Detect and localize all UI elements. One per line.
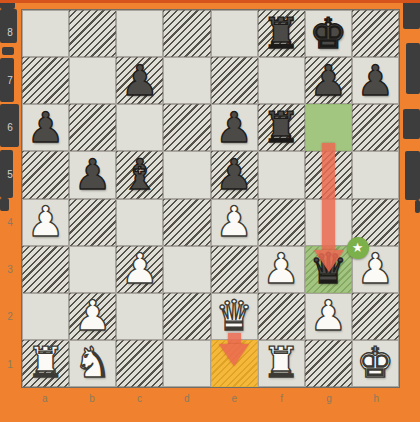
- piece-white-pawn[interactable]: ♟︎: [211, 199, 258, 246]
- square-f7[interactable]: [258, 57, 305, 104]
- square-b5[interactable]: ♟︎: [69, 151, 116, 198]
- rank-label-7: 7: [0, 56, 20, 103]
- piece-white-pawn[interactable]: ♟︎: [22, 199, 69, 246]
- file-label-f: f: [258, 393, 305, 405]
- square-f2[interactable]: [258, 293, 305, 340]
- square-g6[interactable]: [305, 104, 352, 151]
- grunge-block: [415, 200, 420, 213]
- chess-board: ♜︎♚︎♟︎♟︎♟︎♟︎♟︎♜︎♟︎♝︎♟︎♟︎♟︎♟︎♟︎♛︎♟︎♟︎♛︎♟︎…: [21, 9, 400, 388]
- square-g7[interactable]: ♟︎: [305, 57, 352, 104]
- piece-white-knight[interactable]: ♞︎: [69, 340, 116, 387]
- file-label-b: b: [68, 393, 115, 405]
- file-label-c: c: [116, 393, 163, 405]
- square-a3[interactable]: [22, 246, 69, 293]
- rank-label-1: 1: [0, 341, 20, 388]
- frame-top-accent-line: [0, 0, 420, 3]
- square-g8[interactable]: ♚︎: [305, 10, 352, 57]
- square-f5[interactable]: [258, 151, 305, 198]
- rank-label-8: 8: [0, 9, 20, 56]
- square-e4[interactable]: ♟︎: [211, 199, 258, 246]
- piece-black-pawn[interactable]: ♟︎: [305, 57, 352, 104]
- square-d4[interactable]: [163, 199, 210, 246]
- square-d5[interactable]: [163, 151, 210, 198]
- square-d2[interactable]: [163, 293, 210, 340]
- square-e5[interactable]: ♟︎: [211, 151, 258, 198]
- rank-label-5: 5: [0, 151, 20, 198]
- piece-black-queen[interactable]: ♛︎: [305, 246, 352, 293]
- square-e8[interactable]: [211, 10, 258, 57]
- piece-black-king[interactable]: ♚︎: [305, 10, 352, 57]
- square-h2[interactable]: [352, 293, 399, 340]
- square-f8[interactable]: ♜︎: [258, 10, 305, 57]
- square-c2[interactable]: [116, 293, 163, 340]
- file-label-h: h: [353, 393, 400, 405]
- square-h6[interactable]: [352, 104, 399, 151]
- rank-label-6: 6: [0, 104, 20, 151]
- square-a4[interactable]: ♟︎: [22, 199, 69, 246]
- piece-black-pawn[interactable]: ♟︎: [211, 151, 258, 198]
- square-b6[interactable]: [69, 104, 116, 151]
- piece-black-bishop[interactable]: ♝︎: [116, 151, 163, 198]
- square-d7[interactable]: [163, 57, 210, 104]
- square-f1[interactable]: ♜︎: [258, 340, 305, 387]
- chess-analysis-board: ♜︎♚︎♟︎♟︎♟︎♟︎♟︎♜︎♟︎♝︎♟︎♟︎♟︎♟︎♟︎♛︎♟︎♟︎♛︎♟︎…: [0, 0, 420, 422]
- best-move-star-icon: ★: [347, 237, 369, 259]
- square-e1[interactable]: [211, 340, 258, 387]
- square-e7[interactable]: [211, 57, 258, 104]
- square-c7[interactable]: ♟︎: [116, 57, 163, 104]
- piece-white-pawn[interactable]: ♟︎: [305, 293, 352, 340]
- file-label-a: a: [21, 393, 68, 405]
- piece-black-pawn[interactable]: ♟︎: [69, 151, 116, 198]
- piece-white-queen[interactable]: ♛︎: [211, 293, 258, 340]
- square-a5[interactable]: [22, 151, 69, 198]
- square-d1[interactable]: [163, 340, 210, 387]
- piece-black-pawn[interactable]: ♟︎: [116, 57, 163, 104]
- square-e6[interactable]: ♟︎: [211, 104, 258, 151]
- square-h7[interactable]: ♟︎: [352, 57, 399, 104]
- piece-white-pawn[interactable]: ♟︎: [258, 246, 305, 293]
- grunge-block: [403, 0, 420, 29]
- rank-label-3: 3: [0, 246, 20, 293]
- square-f6[interactable]: ♜︎: [258, 104, 305, 151]
- square-b3[interactable]: [69, 246, 116, 293]
- rank-label-2: 2: [0, 293, 20, 340]
- square-a7[interactable]: [22, 57, 69, 104]
- piece-black-rook[interactable]: ♜︎: [258, 104, 305, 151]
- piece-white-pawn[interactable]: ♟︎: [69, 293, 116, 340]
- square-c5[interactable]: ♝︎: [116, 151, 163, 198]
- square-g3[interactable]: ♛︎: [305, 246, 352, 293]
- square-h1[interactable]: ♚︎: [352, 340, 399, 387]
- square-g5[interactable]: [305, 151, 352, 198]
- square-h5[interactable]: [352, 151, 399, 198]
- square-e3[interactable]: [211, 246, 258, 293]
- highlight-e1: [211, 340, 258, 387]
- highlight-g6: [305, 104, 352, 151]
- square-d8[interactable]: [163, 10, 210, 57]
- square-e2[interactable]: ♛︎: [211, 293, 258, 340]
- square-g4[interactable]: [305, 199, 352, 246]
- piece-black-rook[interactable]: ♜︎: [258, 10, 305, 57]
- piece-white-rook[interactable]: ♜︎: [22, 340, 69, 387]
- square-b2[interactable]: ♟︎: [69, 293, 116, 340]
- piece-black-pawn[interactable]: ♟︎: [352, 57, 399, 104]
- square-a6[interactable]: ♟︎: [22, 104, 69, 151]
- square-a1[interactable]: ♜︎: [22, 340, 69, 387]
- square-a2[interactable]: [22, 293, 69, 340]
- square-b4[interactable]: [69, 199, 116, 246]
- square-c8[interactable]: [116, 10, 163, 57]
- piece-white-rook[interactable]: ♜︎: [258, 340, 305, 387]
- piece-black-pawn[interactable]: ♟︎: [211, 104, 258, 151]
- square-c4[interactable]: [116, 199, 163, 246]
- square-d3[interactable]: [163, 246, 210, 293]
- square-c6[interactable]: [116, 104, 163, 151]
- square-h8[interactable]: [352, 10, 399, 57]
- piece-white-pawn[interactable]: ♟︎: [116, 246, 163, 293]
- piece-white-king[interactable]: ♚︎: [352, 340, 399, 387]
- square-b8[interactable]: [69, 10, 116, 57]
- rank-label-4: 4: [0, 199, 20, 246]
- grunge-block: [406, 43, 420, 94]
- square-b1[interactable]: ♞︎: [69, 340, 116, 387]
- grunge-block: [405, 151, 420, 200]
- square-f4[interactable]: [258, 199, 305, 246]
- file-label-e: e: [211, 393, 258, 405]
- grunge-block: [403, 109, 420, 139]
- square-b7[interactable]: [69, 57, 116, 104]
- piece-black-pawn[interactable]: ♟︎: [22, 104, 69, 151]
- square-a8[interactable]: [22, 10, 69, 57]
- square-c3[interactable]: ♟︎: [116, 246, 163, 293]
- square-g1[interactable]: [305, 340, 352, 387]
- square-c1[interactable]: [116, 340, 163, 387]
- square-d6[interactable]: [163, 104, 210, 151]
- square-g2[interactable]: ♟︎: [305, 293, 352, 340]
- square-f3[interactable]: ♟︎: [258, 246, 305, 293]
- file-label-d: d: [163, 393, 210, 405]
- file-label-g: g: [305, 393, 352, 405]
